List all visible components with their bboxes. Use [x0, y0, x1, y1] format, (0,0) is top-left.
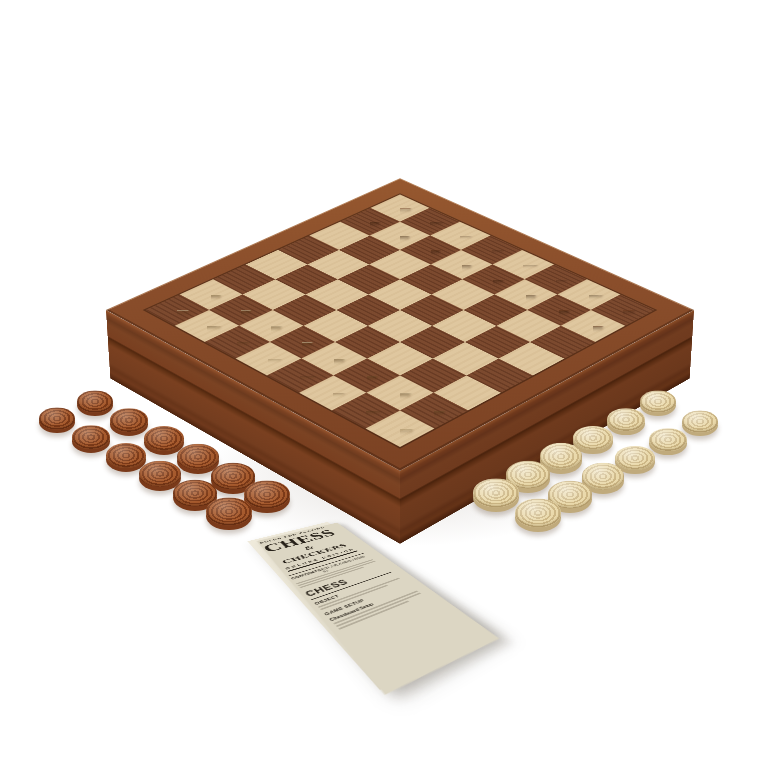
square-d5 [369, 279, 432, 310]
natural-checker [649, 432, 687, 456]
brown-checker [110, 412, 148, 436]
natural-checker [515, 503, 561, 532]
wooden-game-box: ♜♞♝♛♚♝♞♜♟♟♟♟♟♟♟♟♟♟♟♟♟♟♟♟♜♞♝♛♚♝♞♜ [106, 178, 694, 471]
brown-checker [77, 394, 113, 416]
natural-checker [473, 483, 519, 512]
natural-checker [640, 394, 676, 416]
natural-checker [682, 414, 718, 436]
square-h1: ♜ [366, 410, 435, 447]
brown-checker [39, 411, 75, 433]
brown-checker [206, 502, 252, 531]
product-photo-stage: ♜♞♝♛♚♝♞♜♟♟♟♟♟♟♟♟♟♟♟♟♟♟♟♟♜♞♝♛♚♝♞♜ RULES F… [0, 0, 768, 768]
natural-checker [607, 412, 645, 436]
brown-checker [72, 429, 110, 453]
